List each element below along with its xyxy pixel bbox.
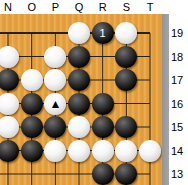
row-label-14: 14 [171,145,183,157]
black-stone-S18[interactable] [115,46,137,68]
column-label-Q: Q [75,1,84,13]
white-stone-N16[interactable] [0,93,19,115]
black-stone-R19[interactable]: 1 [92,22,114,44]
black-stone-O16[interactable] [21,93,43,115]
white-stone-Q15[interactable] [68,116,90,138]
go-diagram: 1▲ 19181716151413 NOPQRST [0,0,188,185]
white-stone-Q14[interactable] [68,140,90,162]
white-stone-N18[interactable] [0,46,19,68]
row-label-13: 13 [171,168,183,180]
column-label-T: T [147,1,154,13]
row-label-17: 17 [171,74,183,86]
black-stone-Q18[interactable] [68,46,90,68]
triangle-mark: ▲ [49,92,61,114]
white-stone-R14[interactable] [92,140,114,162]
column-labels: NOPQRST [0,0,188,14]
black-stone-Q17[interactable] [68,69,90,91]
column-label-N: N [4,1,12,13]
black-stone-R16[interactable] [92,93,114,115]
row-labels: 19181716151413 [169,14,188,185]
black-stone-N14[interactable] [0,140,19,162]
go-board[interactable]: 1▲ [0,14,162,185]
row-label-15: 15 [171,121,183,133]
white-stone-P16[interactable]: ▲ [44,93,66,115]
column-label-S: S [123,1,130,13]
row-label-18: 18 [171,51,183,63]
board-edge-shadow [162,14,169,185]
column-label-R: R [99,1,107,13]
white-stone-Q19[interactable] [68,22,90,44]
white-stone-S14[interactable] [115,140,137,162]
row-label-16: 16 [171,98,183,110]
white-stone-T14[interactable] [139,140,161,162]
black-stone-O14[interactable] [21,140,43,162]
black-stone-Q16[interactable] [68,93,90,115]
black-stone-R13[interactable] [92,163,114,185]
black-stone-R15[interactable] [92,116,114,138]
move-number-label: 1 [100,22,106,44]
white-stone-O17[interactable] [21,69,43,91]
row-label-19: 19 [171,27,183,39]
column-label-O: O [27,1,36,13]
white-stone-P14[interactable] [44,140,66,162]
column-label-P: P [52,1,59,13]
black-stone-O15[interactable] [21,116,43,138]
white-stone-P18[interactable] [44,46,66,68]
